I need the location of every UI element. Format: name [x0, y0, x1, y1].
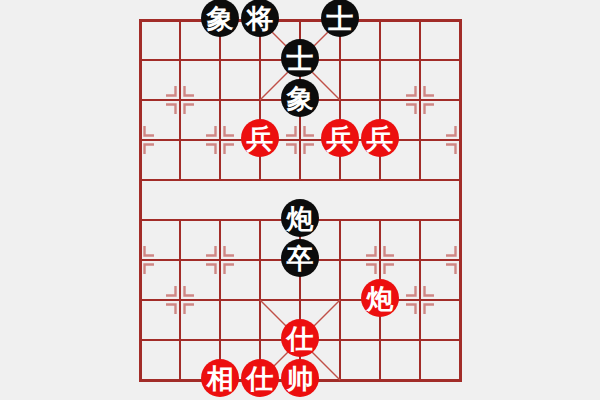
red-cannon-piece[interactable]: 炮: [361, 279, 399, 317]
pieces-layer: 象将士士象兵兵兵炮卒炮仕相仕帅: [0, 0, 600, 400]
black-elephant-piece[interactable]: 象: [281, 79, 319, 117]
red-elephant-piece[interactable]: 相: [201, 359, 239, 397]
red-soldier-piece[interactable]: 兵: [321, 119, 359, 157]
black-general-piece[interactable]: 将: [241, 0, 279, 37]
black-cannon-piece[interactable]: 炮: [281, 199, 319, 237]
red-general-piece[interactable]: 帅: [281, 359, 319, 397]
red-advisor-piece[interactable]: 仕: [241, 359, 279, 397]
black-elephant-piece[interactable]: 象: [201, 0, 239, 37]
black-advisor-piece[interactable]: 士: [321, 0, 359, 37]
red-soldier-piece[interactable]: 兵: [361, 119, 399, 157]
xiangqi-board: 象将士士象兵兵兵炮卒炮仕相仕帅: [0, 0, 600, 400]
red-soldier-piece[interactable]: 兵: [241, 119, 279, 157]
black-advisor-piece[interactable]: 士: [281, 39, 319, 77]
black-soldier-piece[interactable]: 卒: [281, 239, 319, 277]
red-advisor-piece[interactable]: 仕: [281, 319, 319, 357]
